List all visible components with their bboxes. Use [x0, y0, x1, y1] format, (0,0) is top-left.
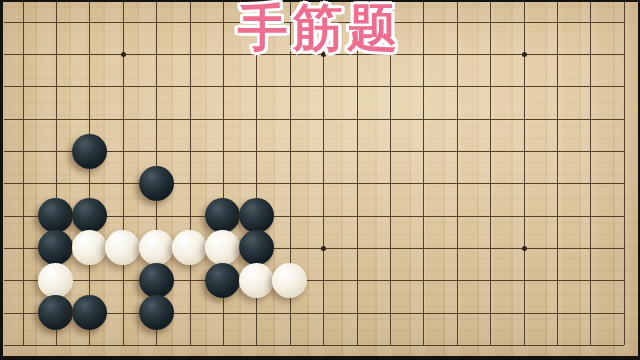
star-point — [121, 52, 126, 57]
grid-hline — [4, 119, 624, 120]
white-stone[interactable] — [205, 230, 240, 265]
white-stone[interactable] — [139, 230, 174, 265]
black-stone[interactable] — [38, 198, 73, 233]
black-stone[interactable] — [72, 198, 107, 233]
white-stone[interactable] — [239, 263, 274, 298]
grid-hline — [4, 345, 624, 346]
black-stone[interactable] — [139, 295, 174, 330]
star-point — [522, 52, 527, 57]
white-stone[interactable] — [38, 263, 73, 298]
black-stone[interactable] — [38, 295, 73, 330]
white-stone[interactable] — [72, 230, 107, 265]
white-stone[interactable] — [105, 230, 140, 265]
star-point — [321, 246, 326, 251]
grid-hline — [4, 183, 624, 184]
black-stone[interactable] — [239, 230, 274, 265]
black-stone[interactable] — [139, 166, 174, 201]
white-stone[interactable] — [172, 230, 207, 265]
black-stone[interactable] — [72, 134, 107, 169]
black-stone[interactable] — [205, 198, 240, 233]
black-stone[interactable] — [205, 263, 240, 298]
star-point — [522, 246, 527, 251]
title-text: 手筋题 — [238, 0, 403, 56]
grid-hline — [4, 280, 624, 281]
black-stone[interactable] — [72, 295, 107, 330]
black-stone[interactable] — [239, 198, 274, 233]
video-frame: 手筋题 — [0, 0, 640, 360]
black-stone[interactable] — [139, 263, 174, 298]
black-stone[interactable] — [38, 230, 73, 265]
grid-hline — [4, 86, 624, 87]
white-stone[interactable] — [272, 263, 307, 298]
grid-vline — [624, 2, 625, 345]
